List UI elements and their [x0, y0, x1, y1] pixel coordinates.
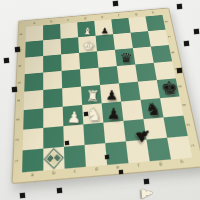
square-c7[interactable] [61, 37, 79, 54]
file-label-bottom-f: f [137, 163, 139, 168]
fiducial-marker-table [194, 29, 199, 34]
rank-label-left-8: 8 [20, 33, 24, 35]
square-e1[interactable] [105, 141, 128, 165]
fiducial-marker-table [12, 87, 17, 92]
file-label-bottom-c: c [74, 168, 77, 173]
square-f5[interactable] [117, 64, 138, 83]
square-b5[interactable] [43, 71, 62, 90]
file-label-top-a: a [33, 22, 35, 25]
file-label-bottom-e: e [116, 165, 119, 170]
fiducial-marker-table [177, 68, 182, 73]
square-h2[interactable] [163, 116, 187, 138]
square-f7[interactable] [113, 33, 133, 50]
rank-label-right-8: 8 [165, 20, 169, 22]
square-c8[interactable] [60, 22, 78, 38]
file-label-bottom-g: g [159, 161, 163, 166]
square-f8[interactable] [111, 18, 130, 34]
file-label-bottom-a: a [31, 172, 34, 177]
file-label-bottom-b: b [52, 170, 55, 175]
rank-label-left-4: 4 [17, 99, 21, 102]
board-grid: ♝♟♚♛♚♜♟♟♞♟♞♟ [22, 15, 192, 172]
square-a1[interactable] [22, 149, 43, 173]
fiducial-marker-table [113, 1, 118, 6]
file-label-top-d: d [84, 17, 86, 20]
black-pawn-e8[interactable]: ♟ [100, 27, 108, 35]
file-label-top-e: e [101, 16, 104, 19]
square-d2[interactable] [83, 123, 105, 145]
black-knight-g3[interactable]: ♞ [144, 101, 161, 119]
square-d1[interactable] [85, 143, 108, 167]
fiducial-marker-table [57, 188, 62, 193]
square-h6[interactable] [151, 45, 172, 63]
black-pawn-e4[interactable]: ♟ [105, 89, 118, 102]
rank-label-left-5: 5 [18, 81, 22, 84]
square-h3[interactable] [160, 96, 183, 117]
rank-label-right-6: 6 [171, 51, 175, 54]
square-e2[interactable] [103, 121, 125, 143]
square-c5[interactable] [62, 69, 81, 88]
square-b8[interactable] [43, 24, 61, 40]
square-b2[interactable] [43, 126, 64, 148]
black-pawn-e3[interactable]: ♟ [106, 107, 120, 122]
file-label-bottom-d: d [95, 166, 98, 171]
square-b3[interactable] [43, 107, 63, 128]
square-d5[interactable] [80, 68, 100, 87]
square-h7[interactable] [148, 30, 169, 47]
rank-label-left-3: 3 [16, 118, 20, 121]
square-c6[interactable] [61, 53, 80, 71]
square-h8[interactable] [145, 15, 165, 31]
fiducial-marker-table [144, 179, 149, 184]
square-a5[interactable] [24, 73, 43, 92]
rank-label-left-1: 1 [15, 159, 20, 162]
rank-label-right-1: 1 [191, 144, 196, 147]
file-label-top-g: g [135, 13, 138, 16]
fiducial-marker-on-board [105, 155, 109, 159]
perspective-scene: ♝♟♚♛♚♜♟♟♞♟♞♟ aa88bb77cc66dd55ee44ff33gg2… [0, 0, 200, 200]
square-e7[interactable] [96, 34, 115, 51]
white-bishop-d8[interactable]: ♝ [82, 27, 92, 36]
square-a6[interactable] [25, 56, 43, 74]
file-label-top-c: c [67, 19, 69, 22]
square-b6[interactable] [43, 54, 61, 72]
rank-label-right-3: 3 [182, 104, 187, 107]
file-label-top-h: h [152, 11, 155, 14]
white-rook-d4[interactable]: ♜ [85, 89, 99, 104]
square-a8[interactable] [26, 25, 43, 41]
square-c1[interactable] [64, 145, 86, 169]
fiducial-marker-table [177, 4, 182, 9]
rank-label-right-2: 2 [187, 123, 192, 126]
rank-label-left-6: 6 [19, 64, 23, 67]
fiducial-marker-on-board [65, 141, 69, 145]
fiducial-marker-table [15, 47, 20, 52]
rank-label-right-7: 7 [168, 35, 172, 37]
rank-label-left-2: 2 [16, 138, 20, 141]
square-b7[interactable] [43, 39, 61, 56]
photo-chessboard-scene: ♝♟♚♛♚♜♟♟♞♟♞♟ aa88bb77cc66dd55ee44ff33gg2… [0, 0, 200, 200]
fiducial-marker-table [4, 58, 9, 63]
square-a2[interactable] [23, 128, 44, 150]
square-a7[interactable] [25, 40, 43, 57]
square-e5[interactable] [98, 66, 118, 85]
rank-label-right-4: 4 [179, 85, 184, 88]
square-c4[interactable] [62, 87, 82, 107]
black-king-h4[interactable]: ♚ [160, 80, 179, 98]
white-king-d7[interactable]: ♚ [82, 40, 95, 52]
fiducial-marker-table [184, 41, 189, 46]
square-e6[interactable] [97, 50, 117, 68]
fiducial-marker-on-board [84, 112, 88, 116]
file-label-top-f: f [118, 14, 120, 17]
white-pawn-c3[interactable]: ♟ [66, 110, 81, 125]
fiducial-marker-table [20, 193, 25, 198]
square-b4[interactable] [43, 88, 62, 108]
fallen-white-pawn-on-table[interactable]: ♟ [138, 186, 154, 200]
square-d6[interactable] [79, 51, 98, 69]
square-h1[interactable] [167, 136, 192, 159]
fiducial-marker-on-board [119, 170, 123, 174]
square-a4[interactable] [24, 90, 43, 110]
square-a3[interactable] [23, 108, 43, 129]
file-label-bottom-h: h [180, 159, 184, 164]
black-queen-f6[interactable]: ♛ [119, 52, 132, 65]
file-label-top-b: b [50, 20, 52, 23]
